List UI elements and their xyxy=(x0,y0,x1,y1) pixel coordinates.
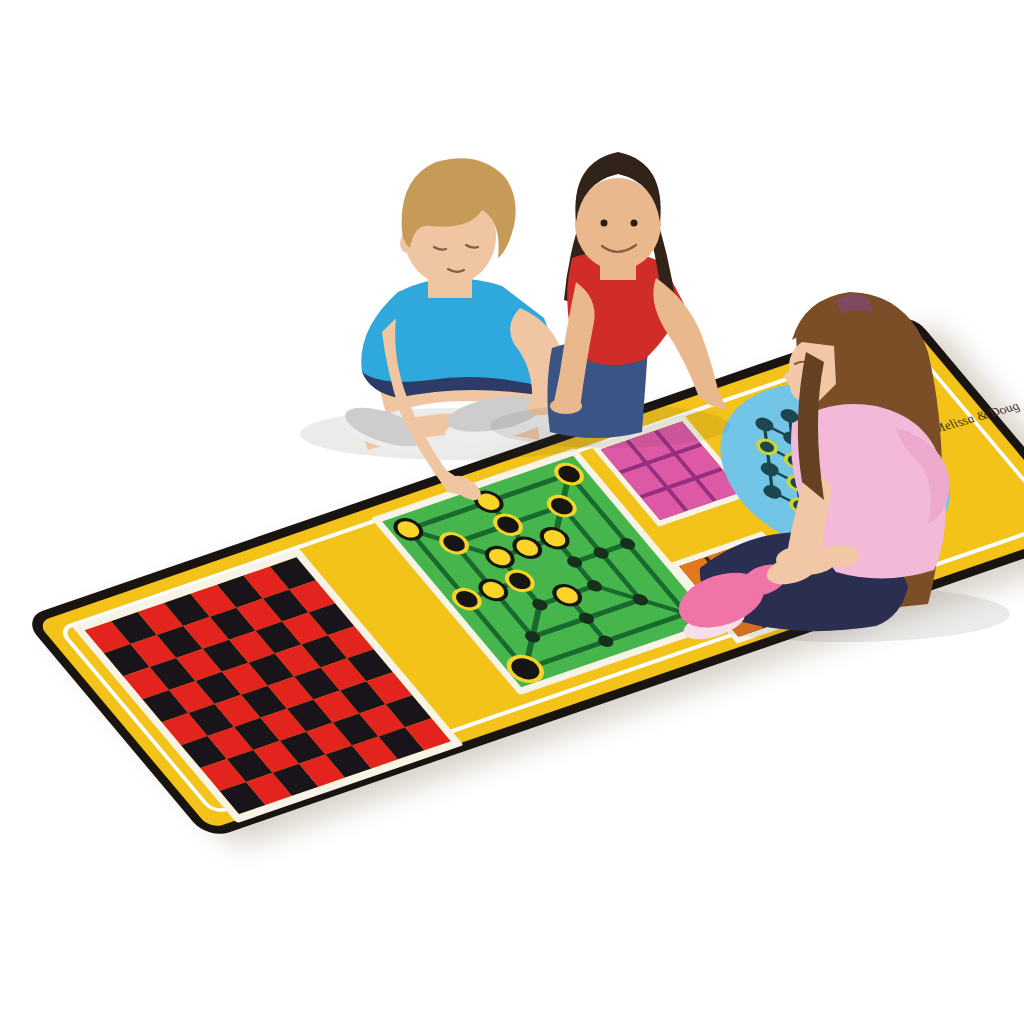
girl-middle-right-braid xyxy=(646,210,676,312)
boy-sneaker-left xyxy=(335,399,430,459)
morris-yellow-spot xyxy=(482,545,518,570)
checkers-board xyxy=(72,548,464,823)
morris-yellow-spot xyxy=(537,526,573,551)
boy-sneaker-right xyxy=(440,389,550,447)
boy-neck xyxy=(428,268,472,298)
game-rug: Melissa & Doug xyxy=(22,312,1024,840)
girl-middle-left-braid xyxy=(564,206,596,304)
boy-eye-left xyxy=(434,247,446,250)
checkers-grid xyxy=(85,557,451,814)
girl-middle-eye-right xyxy=(631,220,638,227)
girl-middle-neck xyxy=(600,256,636,280)
morris-yellow-spot xyxy=(390,517,426,542)
morris-black-ringed-spot xyxy=(490,512,526,537)
photo-scene: Melissa & Doug xyxy=(0,0,1024,1024)
boy-mouth xyxy=(448,269,464,272)
girl-middle-shirt xyxy=(567,251,684,365)
morris-black-ringed-spot xyxy=(551,461,587,486)
brand-logo: Melissa & Doug xyxy=(902,391,1024,444)
girl-middle-hair xyxy=(575,152,660,222)
morris-yellow-spot xyxy=(471,489,507,514)
boy-right-arm xyxy=(510,308,563,402)
girl-right-headband xyxy=(836,294,874,314)
boy-shin xyxy=(360,413,540,450)
girl-middle-smile xyxy=(602,245,636,252)
boy-hair xyxy=(402,158,516,258)
morris-black-ringed-spot xyxy=(436,531,472,556)
morris-yellow-spot xyxy=(549,583,585,608)
boy-shorts xyxy=(362,352,556,398)
morris-yellow-spot xyxy=(509,535,545,560)
boy-thigh xyxy=(380,376,548,414)
girl-middle-left-hand xyxy=(550,398,582,414)
morris-black-ringed-spot xyxy=(544,494,580,519)
girl-middle-eye-left xyxy=(601,220,608,227)
boy-ear xyxy=(400,233,414,253)
girl-middle-head xyxy=(575,178,661,270)
boy-shirt xyxy=(361,278,551,386)
boy-eye-right xyxy=(466,245,478,248)
girl-middle-left-arm xyxy=(554,282,595,408)
boy-right-hand xyxy=(524,389,572,420)
boy-head xyxy=(404,187,496,285)
morris-black-ringed-spot xyxy=(502,653,548,685)
